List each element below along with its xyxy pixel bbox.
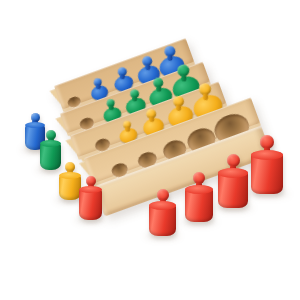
knob-blue-2[interactable]	[94, 78, 102, 89]
knob-blue-4[interactable]	[142, 56, 152, 70]
cylinder-top	[25, 122, 45, 128]
loose-cylinder-red-5[interactable]	[251, 135, 283, 194]
knob-stem	[95, 84, 100, 89]
knob-stem	[156, 86, 161, 92]
knob-stem	[119, 75, 124, 80]
loose-cylinder-red-4[interactable]	[218, 154, 248, 208]
cylinder-top	[59, 172, 81, 179]
loose-cylinder-yellow-1[interactable]	[59, 162, 81, 200]
knob-stem	[145, 64, 150, 70]
cylinder-top	[218, 168, 248, 178]
cylinder-top	[251, 150, 283, 160]
knob-stem	[181, 75, 186, 82]
cylinder-top	[149, 201, 176, 210]
product-photo	[0, 0, 300, 300]
knob-stem	[132, 96, 137, 101]
knob-green-4[interactable]	[153, 78, 163, 92]
knob-green-5[interactable]	[177, 65, 189, 82]
knob-stem	[149, 117, 154, 122]
loose-cylinder-red-2[interactable]	[149, 189, 176, 236]
knob-green-2[interactable]	[107, 99, 115, 110]
loose-cylinder-red-3[interactable]	[185, 172, 213, 222]
knob-yellow-4[interactable]	[173, 96, 184, 111]
cylinder-top	[40, 140, 61, 147]
cylinder-top	[79, 186, 102, 193]
loose-cylinder-green-1[interactable]	[40, 130, 61, 170]
knob-stem	[167, 55, 172, 61]
knob-yellow-5[interactable]	[199, 84, 211, 101]
knob-blue-5[interactable]	[164, 46, 175, 61]
knob-stem	[108, 105, 113, 110]
loose-cylinder-red-1[interactable]	[79, 176, 102, 220]
knob-green-3[interactable]	[130, 89, 139, 101]
knob-stem	[176, 105, 181, 111]
knob-stem	[125, 127, 130, 132]
knob-blue-3[interactable]	[117, 68, 126, 80]
knob-yellow-2[interactable]	[123, 121, 131, 132]
knob-stem	[203, 94, 208, 101]
knob-yellow-3[interactable]	[146, 109, 156, 122]
cylinder-top	[185, 185, 213, 194]
